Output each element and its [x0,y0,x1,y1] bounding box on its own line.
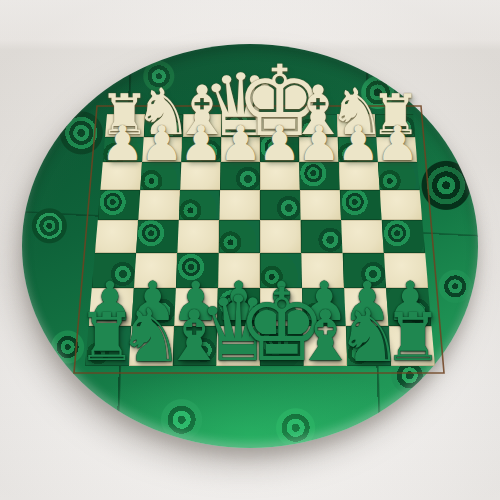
malachite-disc [22,44,478,448]
photo-backdrop: ♜♞♝♛♚♝♞♜♟♟♟♟♟♟♟♟♟♟♟♟♟♟♟♟♜♞♝♛♚♝♞♜ [0,0,500,500]
